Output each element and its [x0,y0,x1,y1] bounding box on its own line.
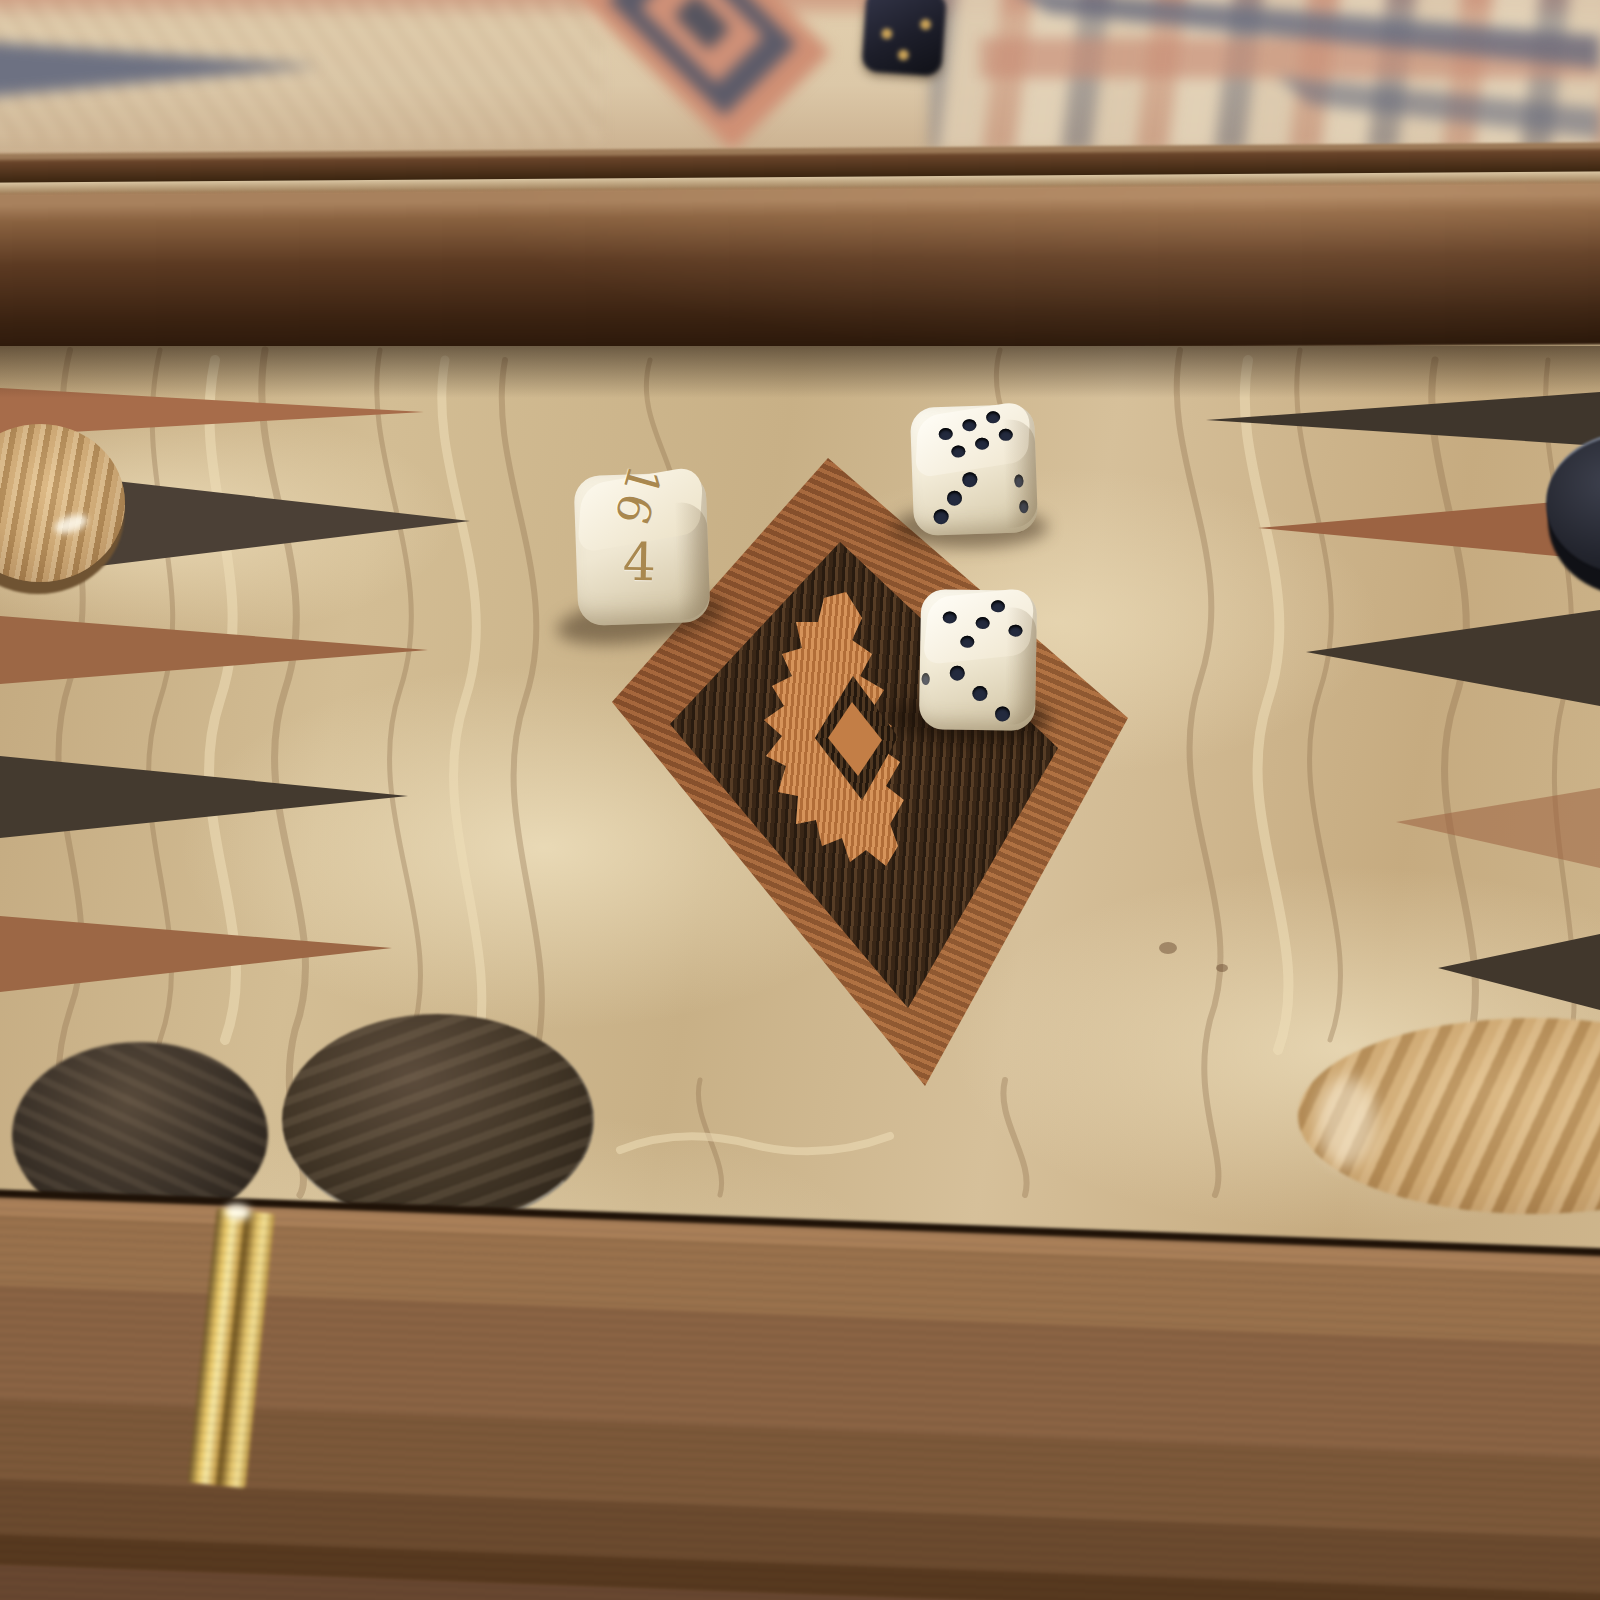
die-pip [947,490,963,506]
die-pip [991,600,1005,612]
die-pip [1008,625,1022,637]
far-board-blur-layer [0,0,1600,154]
cube-front-value: 4 [596,531,683,592]
bottom-rail [0,1188,1600,1600]
die-pip [972,686,987,701]
die-upper[interactable] [910,404,1038,536]
die-pip [933,509,949,525]
doubling-cube[interactable]: 16 4 [573,472,710,627]
top-rail [0,182,1600,355]
die-right-face [1005,607,1037,725]
die-pip [920,19,931,30]
die-lower[interactable] [919,589,1037,731]
backgammon-photo-scene: 16 4 [0,0,1600,1600]
die-pip [962,472,978,488]
die-pip [898,50,909,61]
far-board-half [0,0,1600,154]
rail-shadow [0,346,1600,398]
black-die[interactable] [861,0,947,77]
dark-checker[interactable] [282,1014,594,1226]
die-pip [950,666,965,681]
brass-hinge [188,1208,275,1489]
die-pip [881,28,892,39]
die-pip [922,673,930,685]
